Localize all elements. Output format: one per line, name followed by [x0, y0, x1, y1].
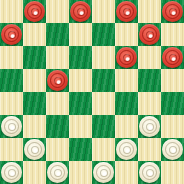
- red-checker[interactable]: [1, 24, 22, 45]
- light-square-r7c5: [115, 161, 138, 184]
- dark-square-6[interactable]: [46, 23, 69, 46]
- light-square-r1c7: [161, 23, 184, 46]
- dark-square-30[interactable]: [46, 161, 69, 184]
- dark-square-27[interactable]: [115, 138, 138, 161]
- light-square-r3c3: [69, 69, 92, 92]
- white-checker[interactable]: [47, 162, 68, 183]
- dark-square-17[interactable]: [23, 92, 46, 115]
- dark-square-23[interactable]: [92, 115, 115, 138]
- dark-square-28[interactable]: [161, 138, 184, 161]
- light-square-r3c7: [161, 69, 184, 92]
- light-square-r1c3: [69, 23, 92, 46]
- dark-square-22[interactable]: [46, 115, 69, 138]
- light-square-r1c5: [115, 23, 138, 46]
- light-square-r0c0: [0, 0, 23, 23]
- dark-square-4[interactable]: [161, 0, 184, 23]
- red-checker[interactable]: [162, 1, 183, 22]
- light-square-r1c1: [23, 23, 46, 46]
- dark-square-10[interactable]: [69, 46, 92, 69]
- light-square-r6c2: [46, 138, 69, 161]
- checkers-board: [0, 0, 184, 184]
- light-square-r7c7: [161, 161, 184, 184]
- light-square-r6c4: [92, 138, 115, 161]
- light-square-r4c0: [0, 92, 23, 115]
- dark-square-13[interactable]: [0, 69, 23, 92]
- red-checker[interactable]: [24, 1, 45, 22]
- light-square-r6c6: [138, 138, 161, 161]
- red-checker[interactable]: [139, 24, 160, 45]
- light-square-r3c5: [115, 69, 138, 92]
- light-square-r5c1: [23, 115, 46, 138]
- white-checker[interactable]: [116, 139, 137, 160]
- dark-square-2[interactable]: [69, 0, 92, 23]
- dark-square-32[interactable]: [138, 161, 161, 184]
- dark-square-24[interactable]: [138, 115, 161, 138]
- light-square-r4c2: [46, 92, 69, 115]
- red-checker[interactable]: [70, 1, 91, 22]
- red-checker[interactable]: [162, 47, 183, 68]
- dark-square-5[interactable]: [0, 23, 23, 46]
- dark-square-12[interactable]: [161, 46, 184, 69]
- light-square-r0c4: [92, 0, 115, 23]
- light-square-r4c4: [92, 92, 115, 115]
- light-square-r7c1: [23, 161, 46, 184]
- light-square-r0c2: [46, 0, 69, 23]
- dark-square-8[interactable]: [138, 23, 161, 46]
- light-square-r5c7: [161, 115, 184, 138]
- dark-square-29[interactable]: [0, 161, 23, 184]
- dark-square-25[interactable]: [23, 138, 46, 161]
- dark-square-7[interactable]: [92, 23, 115, 46]
- dark-square-1[interactable]: [23, 0, 46, 23]
- red-checker[interactable]: [47, 70, 68, 91]
- white-checker[interactable]: [1, 116, 22, 137]
- light-square-r7c3: [69, 161, 92, 184]
- light-square-r2c6: [138, 46, 161, 69]
- light-square-r6c0: [0, 138, 23, 161]
- dark-square-31[interactable]: [92, 161, 115, 184]
- red-checker[interactable]: [116, 1, 137, 22]
- dark-square-26[interactable]: [69, 138, 92, 161]
- white-checker[interactable]: [24, 139, 45, 160]
- dark-square-3[interactable]: [115, 0, 138, 23]
- dark-square-14[interactable]: [46, 69, 69, 92]
- dark-square-20[interactable]: [161, 92, 184, 115]
- red-checker[interactable]: [116, 47, 137, 68]
- white-checker[interactable]: [1, 162, 22, 183]
- dark-square-15[interactable]: [92, 69, 115, 92]
- light-square-r2c2: [46, 46, 69, 69]
- light-square-r2c0: [0, 46, 23, 69]
- light-square-r5c5: [115, 115, 138, 138]
- dark-square-19[interactable]: [115, 92, 138, 115]
- light-square-r0c6: [138, 0, 161, 23]
- dark-square-11[interactable]: [115, 46, 138, 69]
- light-square-r4c6: [138, 92, 161, 115]
- dark-square-18[interactable]: [69, 92, 92, 115]
- light-square-r3c1: [23, 69, 46, 92]
- white-checker[interactable]: [139, 162, 160, 183]
- white-checker[interactable]: [162, 139, 183, 160]
- dark-square-9[interactable]: [23, 46, 46, 69]
- light-square-r5c3: [69, 115, 92, 138]
- dark-square-16[interactable]: [138, 69, 161, 92]
- dark-square-21[interactable]: [0, 115, 23, 138]
- light-square-r2c4: [92, 46, 115, 69]
- white-checker[interactable]: [139, 116, 160, 137]
- white-checker[interactable]: [93, 162, 114, 183]
